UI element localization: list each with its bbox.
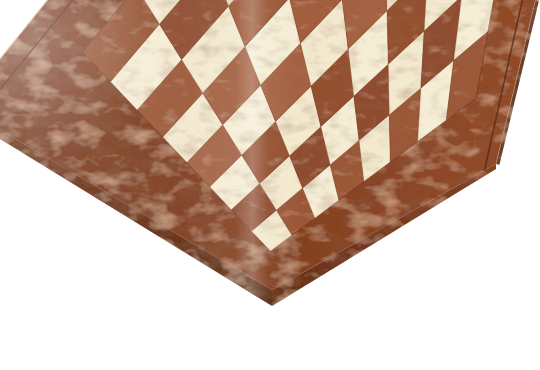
chessboard (0, 0, 540, 370)
chessboard-scene (0, 0, 540, 370)
